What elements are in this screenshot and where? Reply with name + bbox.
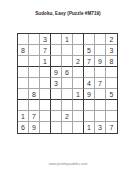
cell-r3c3[interactable]: 1 [40,56,51,67]
cell-r8c2[interactable]: 7 [29,111,40,122]
cell-r4c2[interactable] [29,67,40,78]
cell-r9c9[interactable]: 7 [106,122,117,133]
cell-r4c4[interactable]: 9 [51,67,62,78]
cell-r7c2[interactable] [29,100,40,111]
cell-r4c3[interactable] [40,67,51,78]
cell-r8c4[interactable] [51,111,62,122]
cell-r2c6[interactable] [73,45,84,56]
cell-r6c7[interactable]: 9 [84,89,95,100]
cell-r7c5[interactable] [62,100,73,111]
cell-r8c5[interactable]: 2 [62,111,73,122]
cell-r5c6[interactable] [73,78,84,89]
cell-r1c8[interactable] [95,34,106,45]
cell-r6c4[interactable] [51,89,62,100]
cell-r2c2[interactable] [29,45,40,56]
cell-r6c2[interactable]: 8 [29,89,40,100]
cell-r2c7[interactable]: 5 [84,45,95,56]
cell-r7c7[interactable] [84,100,95,111]
cell-r1c1[interactable] [18,34,29,45]
cell-r3c1[interactable] [18,56,29,67]
cell-r8c3[interactable] [40,111,51,122]
cell-r5c7[interactable]: 4 [84,78,95,89]
cell-r8c7[interactable] [84,111,95,122]
cell-r6c6[interactable]: 1 [73,89,84,100]
cell-r6c5[interactable] [62,89,73,100]
cell-r7c6[interactable] [73,100,84,111]
cell-r5c9[interactable] [106,78,117,89]
cell-r3c7[interactable]: 7 [84,56,95,67]
cell-r9c7[interactable]: 1 [84,122,95,133]
cell-r9c6[interactable] [73,122,84,133]
cell-r6c9[interactable]: 5 [106,89,117,100]
cell-r9c3[interactable] [40,122,51,133]
cell-r3c2[interactable] [29,56,40,67]
cell-r1c7[interactable] [84,34,95,45]
cell-r9c8[interactable]: 3 [95,122,106,133]
cell-r8c8[interactable] [95,111,106,122]
cell-r9c1[interactable]: 6 [18,122,29,133]
sudoku-page: Sudoku, Easy (Puzzle #M719) 312875312798… [0,0,136,176]
cell-r2c3[interactable]: 7 [40,45,51,56]
page-title: Sudoku, Easy (Puzzle #M719) [0,11,136,16]
cell-r3c4[interactable] [51,56,62,67]
cell-r1c2[interactable] [29,34,40,45]
footer-url: www.printmysudoku.com [0,162,136,166]
cell-r4c1[interactable] [18,67,29,78]
cell-r9c5[interactable] [62,122,73,133]
cell-r9c4[interactable] [51,122,62,133]
cell-r1c5[interactable]: 1 [62,34,73,45]
cell-r3c9[interactable]: 8 [106,56,117,67]
cell-r5c3[interactable] [40,78,51,89]
cell-r7c3[interactable] [40,100,51,111]
cell-r1c3[interactable]: 3 [40,34,51,45]
cell-r2c5[interactable] [62,45,73,56]
cell-r2c4[interactable] [51,45,62,56]
cell-r3c5[interactable] [62,56,73,67]
cell-r5c8[interactable]: 7 [95,78,106,89]
cell-r5c2[interactable] [29,78,40,89]
cell-r6c3[interactable] [40,89,51,100]
cell-r7c8[interactable] [95,100,106,111]
cell-r5c5[interactable] [62,78,73,89]
cell-r6c8[interactable] [95,89,106,100]
cell-r4c5[interactable]: 6 [62,67,73,78]
cell-r8c9[interactable] [106,111,117,122]
cell-r5c4[interactable]: 3 [51,78,62,89]
sudoku-board: 31287531279896347819517269137 [17,33,118,134]
cell-r2c1[interactable]: 8 [18,45,29,56]
cell-r4c6[interactable] [73,67,84,78]
cell-r3c8[interactable]: 9 [95,56,106,67]
cell-r4c8[interactable] [95,67,106,78]
cell-r4c7[interactable] [84,67,95,78]
cell-r1c9[interactable]: 2 [106,34,117,45]
cell-r6c1[interactable] [18,89,29,100]
cell-r8c6[interactable] [73,111,84,122]
cell-r8c1[interactable]: 1 [18,111,29,122]
cell-r2c8[interactable] [95,45,106,56]
cell-r1c4[interactable] [51,34,62,45]
cell-r9c2[interactable]: 9 [29,122,40,133]
cell-r2c9[interactable]: 3 [106,45,117,56]
cell-r1c6[interactable] [73,34,84,45]
cell-r7c1[interactable] [18,100,29,111]
cell-r5c1[interactable] [18,78,29,89]
cell-r3c6[interactable]: 2 [73,56,84,67]
cell-r7c4[interactable] [51,100,62,111]
cell-r7c9[interactable] [106,100,117,111]
cell-r4c9[interactable] [106,67,117,78]
